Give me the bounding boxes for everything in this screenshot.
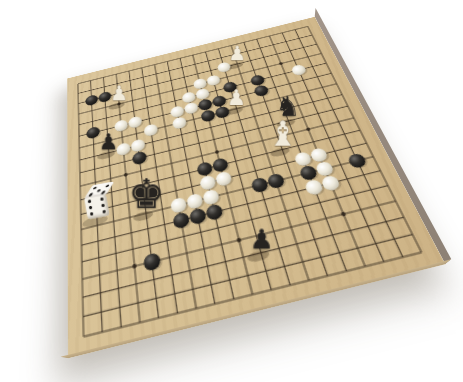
black-go-stone	[143, 252, 161, 272]
die-pip	[101, 210, 105, 214]
die-pip	[100, 203, 104, 207]
white-go-stone	[293, 151, 313, 167]
white-go-stone	[170, 105, 185, 119]
white-go-stone	[128, 115, 142, 129]
white-go-stone	[202, 188, 220, 205]
black-go-stone	[250, 176, 269, 193]
scene: ♟♟♟♝♞♚♟♟	[0, 0, 463, 382]
black-go-stone	[200, 109, 216, 123]
black-go-stone	[196, 161, 213, 177]
die-pip	[88, 206, 92, 210]
white-go-stone	[143, 123, 158, 137]
white-go-stone	[186, 192, 204, 210]
die-pip	[99, 197, 103, 201]
die-pip	[101, 191, 105, 194]
black-go-stone	[347, 152, 368, 169]
white-go-stone	[304, 179, 325, 197]
white-go-stone	[215, 171, 233, 188]
go-board: ♟♟♟♝♞♚♟♟	[67, 17, 445, 358]
black-go-stone	[86, 126, 100, 140]
black-go-stone	[298, 164, 318, 181]
die-pip	[96, 189, 100, 192]
black-go-stone	[189, 207, 207, 225]
die-pip	[87, 199, 91, 203]
white-go-stone	[116, 142, 131, 157]
black-go-stone	[172, 211, 190, 229]
black-go-stone	[197, 98, 213, 111]
black-go-stone	[85, 94, 98, 107]
black-go-stone	[214, 105, 230, 119]
white-go-stone	[206, 74, 221, 86]
white-go-stone	[193, 78, 208, 91]
black-go-stone	[212, 157, 230, 173]
black-go-stone	[205, 203, 224, 221]
white-go-stone	[172, 116, 187, 130]
die-pip	[92, 186, 96, 189]
white-go-stone	[199, 174, 217, 191]
black-go-stone	[222, 81, 238, 94]
die-pip	[88, 193, 92, 196]
die-pip	[105, 184, 109, 187]
white-go-stone	[195, 88, 210, 101]
white-go-stone	[290, 64, 307, 77]
white-go-stone	[114, 119, 128, 133]
white-die	[81, 182, 113, 218]
white-go-stone	[170, 196, 187, 214]
white-go-stone	[131, 138, 146, 153]
black-go-stone	[253, 84, 270, 97]
black-go-stone	[211, 95, 227, 108]
white-go-stone	[184, 102, 199, 115]
white-go-stone	[181, 91, 196, 104]
black-go-stone	[132, 150, 147, 165]
black-go-stone	[98, 91, 111, 104]
white-go-stone	[217, 61, 232, 73]
black-go-stone	[249, 74, 265, 87]
die-pip	[89, 212, 93, 216]
grid-lines	[78, 26, 422, 336]
